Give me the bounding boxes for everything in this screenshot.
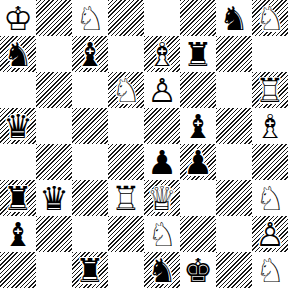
square-e8[interactable] xyxy=(144,0,180,36)
black-pawn-piece: ♟ xyxy=(144,144,180,180)
black-rook-piece: ♜ xyxy=(72,252,108,288)
square-c8[interactable]: ♞♘ xyxy=(72,0,108,36)
square-g6[interactable] xyxy=(216,72,252,108)
white-piece-outline: ♗ xyxy=(252,108,288,144)
black-rook-piece: ♜ xyxy=(0,180,36,216)
square-b2[interactable] xyxy=(36,216,72,252)
white-piece-outline: ♘ xyxy=(252,0,288,36)
square-a1[interactable] xyxy=(0,252,36,288)
white-piece-outline: ♘ xyxy=(252,180,288,216)
square-f6[interactable] xyxy=(180,72,216,108)
white-queen-piece: ♛♕ xyxy=(144,180,180,216)
square-e4[interactable]: ♟ xyxy=(144,144,180,180)
black-knight-piece: ♞ xyxy=(144,252,180,288)
square-a3[interactable]: ♜ xyxy=(0,180,36,216)
black-king-piece: ♚ xyxy=(180,252,216,288)
black-piece-glyph: ♛ xyxy=(0,108,36,144)
square-c2[interactable] xyxy=(72,216,108,252)
square-h7[interactable] xyxy=(252,36,288,72)
square-b4[interactable] xyxy=(36,144,72,180)
square-d6[interactable]: ♞♘ xyxy=(108,72,144,108)
square-e6[interactable]: ♟♙ xyxy=(144,72,180,108)
white-pawn-piece: ♟♙ xyxy=(252,216,288,252)
square-f5[interactable]: ♝ xyxy=(180,108,216,144)
square-b5[interactable] xyxy=(36,108,72,144)
black-piece-glyph: ♞ xyxy=(0,36,36,72)
black-piece-glyph: ♟ xyxy=(144,144,180,180)
white-piece-outline: ♘ xyxy=(108,72,144,108)
black-piece-glyph: ♝ xyxy=(72,36,108,72)
white-piece-outline: ♖ xyxy=(108,180,144,216)
square-d2[interactable] xyxy=(108,216,144,252)
white-pawn-piece: ♟♙ xyxy=(144,72,180,108)
black-piece-glyph: ♞ xyxy=(144,252,180,288)
square-e2[interactable]: ♞♘ xyxy=(144,216,180,252)
square-g3[interactable] xyxy=(216,180,252,216)
square-d3[interactable]: ♜♖ xyxy=(108,180,144,216)
square-f8[interactable] xyxy=(180,0,216,36)
black-queen-piece: ♛ xyxy=(0,108,36,144)
square-d1[interactable] xyxy=(108,252,144,288)
white-piece-outline: ♙ xyxy=(144,72,180,108)
black-bishop-piece: ♝ xyxy=(180,108,216,144)
black-knight-piece: ♞ xyxy=(0,36,36,72)
square-d8[interactable] xyxy=(108,0,144,36)
square-d4[interactable] xyxy=(108,144,144,180)
square-d5[interactable] xyxy=(108,108,144,144)
black-queen-piece: ♛ xyxy=(36,180,72,216)
square-c5[interactable] xyxy=(72,108,108,144)
square-f2[interactable] xyxy=(180,216,216,252)
square-b6[interactable] xyxy=(36,72,72,108)
square-c7[interactable]: ♝ xyxy=(72,36,108,72)
square-a4[interactable] xyxy=(0,144,36,180)
square-h5[interactable]: ♝♗ xyxy=(252,108,288,144)
white-piece-outline: ♔ xyxy=(0,0,36,36)
white-rook-piece: ♜♖ xyxy=(252,72,288,108)
black-knight-piece: ♞ xyxy=(216,0,252,36)
square-h6[interactable]: ♜♖ xyxy=(252,72,288,108)
square-c4[interactable] xyxy=(72,144,108,180)
white-knight-piece: ♞♘ xyxy=(108,72,144,108)
white-rook-piece: ♜♖ xyxy=(108,180,144,216)
square-f3[interactable] xyxy=(180,180,216,216)
square-g7[interactable] xyxy=(216,36,252,72)
square-b3[interactable]: ♛ xyxy=(36,180,72,216)
black-piece-glyph: ♝ xyxy=(180,108,216,144)
square-d7[interactable] xyxy=(108,36,144,72)
square-a6[interactable] xyxy=(0,72,36,108)
square-a7[interactable]: ♞ xyxy=(0,36,36,72)
square-h2[interactable]: ♟♙ xyxy=(252,216,288,252)
white-knight-piece: ♞♘ xyxy=(144,216,180,252)
square-b1[interactable] xyxy=(36,252,72,288)
black-piece-glyph: ♜ xyxy=(72,252,108,288)
black-piece-glyph: ♚ xyxy=(180,252,216,288)
black-piece-glyph: ♝ xyxy=(0,216,36,252)
white-piece-outline: ♘ xyxy=(144,216,180,252)
square-e7[interactable]: ♝♗ xyxy=(144,36,180,72)
square-f7[interactable]: ♜ xyxy=(180,36,216,72)
black-piece-glyph: ♟ xyxy=(180,144,216,180)
square-f1[interactable]: ♚ xyxy=(180,252,216,288)
square-h8[interactable]: ♞♘ xyxy=(252,0,288,36)
square-a2[interactable]: ♝ xyxy=(0,216,36,252)
square-h3[interactable]: ♞♘ xyxy=(252,180,288,216)
square-h4[interactable] xyxy=(252,144,288,180)
square-c6[interactable] xyxy=(72,72,108,108)
square-c3[interactable] xyxy=(72,180,108,216)
square-a5[interactable]: ♛ xyxy=(0,108,36,144)
square-e5[interactable] xyxy=(144,108,180,144)
square-b7[interactable] xyxy=(36,36,72,72)
black-piece-glyph: ♞ xyxy=(216,0,252,36)
square-g4[interactable] xyxy=(216,144,252,180)
black-pawn-piece: ♟ xyxy=(180,144,216,180)
square-g1[interactable] xyxy=(216,252,252,288)
white-bishop-piece: ♝♗ xyxy=(252,108,288,144)
square-f4[interactable]: ♟ xyxy=(180,144,216,180)
black-bishop-piece: ♝ xyxy=(0,216,36,252)
black-bishop-piece: ♝ xyxy=(72,36,108,72)
white-knight-piece: ♞♘ xyxy=(72,0,108,36)
square-g5[interactable] xyxy=(216,108,252,144)
white-piece-outline: ♗ xyxy=(144,36,180,72)
black-rook-piece: ♜ xyxy=(180,36,216,72)
square-h1[interactable]: ♞♘ xyxy=(252,252,288,288)
black-piece-glyph: ♜ xyxy=(0,180,36,216)
white-piece-outline: ♘ xyxy=(252,252,288,288)
chess-board: ♚♔♞♘♞♞♘♞♝♝♗♜♞♘♟♙♜♖♛♝♝♗♟♟♜♛♜♖♛♕♞♘♝♞♘♟♙♜♞♚… xyxy=(0,0,288,288)
white-knight-piece: ♞♘ xyxy=(252,252,288,288)
square-c1[interactable]: ♜ xyxy=(72,252,108,288)
white-piece-outline: ♘ xyxy=(72,0,108,36)
square-a8[interactable]: ♚♔ xyxy=(0,0,36,36)
square-g2[interactable] xyxy=(216,216,252,252)
white-piece-outline: ♙ xyxy=(252,216,288,252)
white-piece-outline: ♕ xyxy=(144,180,180,216)
black-piece-glyph: ♛ xyxy=(36,180,72,216)
white-piece-outline: ♖ xyxy=(252,72,288,108)
white-bishop-piece: ♝♗ xyxy=(144,36,180,72)
square-b8[interactable] xyxy=(36,0,72,36)
square-e1[interactable]: ♞ xyxy=(144,252,180,288)
black-piece-glyph: ♜ xyxy=(180,36,216,72)
white-king-piece: ♚♔ xyxy=(0,0,36,36)
square-g8[interactable]: ♞ xyxy=(216,0,252,36)
white-knight-piece: ♞♘ xyxy=(252,0,288,36)
white-knight-piece: ♞♘ xyxy=(252,180,288,216)
square-e3[interactable]: ♛♕ xyxy=(144,180,180,216)
